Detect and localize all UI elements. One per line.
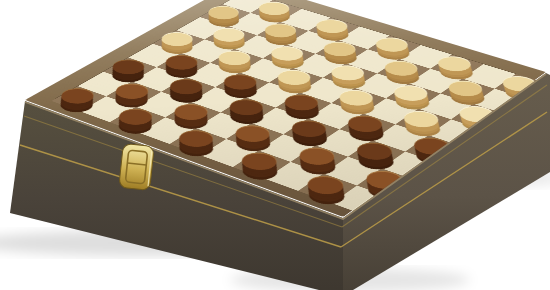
box-sides [0,0,550,290]
box-front-face [10,101,343,290]
checkers-set-photo: ●●●●●●●●●●●●●●●●●●●●●●●●●●●●●●●●●●●●●●●● [0,0,550,290]
box-right-face [343,73,550,290]
brass-latch-icon [119,143,154,190]
